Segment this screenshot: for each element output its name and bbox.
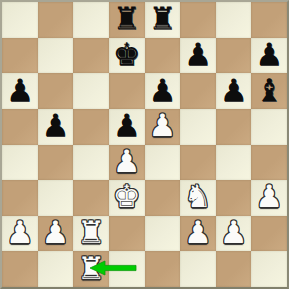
piece-black-rook[interactable]: ♜ (113, 3, 141, 34)
square-e4[interactable] (145, 145, 181, 181)
square-g7[interactable] (216, 38, 252, 74)
square-a4[interactable] (2, 145, 38, 181)
square-c2[interactable]: ♜ (73, 216, 109, 252)
square-a3[interactable] (2, 180, 38, 216)
square-e5[interactable]: ♟ (145, 109, 181, 145)
square-a1[interactable] (2, 251, 38, 287)
square-g6[interactable]: ♟ (216, 73, 252, 109)
square-d5[interactable]: ♟ (109, 109, 145, 145)
piece-black-pawn[interactable]: ♟ (220, 75, 248, 106)
piece-black-pawn[interactable]: ♟ (184, 39, 212, 70)
piece-white-knight[interactable]: ♞ (184, 181, 212, 212)
square-f1[interactable] (180, 251, 216, 287)
square-a5[interactable] (2, 109, 38, 145)
square-h3[interactable]: ♟ (251, 180, 287, 216)
square-a2[interactable]: ♟ (2, 216, 38, 252)
square-g4[interactable] (216, 145, 252, 181)
square-d2[interactable] (109, 216, 145, 252)
square-f5[interactable] (180, 109, 216, 145)
square-c5[interactable] (73, 109, 109, 145)
square-h2[interactable] (251, 216, 287, 252)
board-grid: ♜♜♚♟♟♟♟♟♝♟♟♟♟♚♞♟♟♟♜♟♟♜ (2, 2, 287, 287)
chess-board: ♜♜♚♟♟♟♟♟♝♟♟♟♟♚♞♟♟♟♜♟♟♜ (0, 0, 289, 289)
square-e2[interactable] (145, 216, 181, 252)
square-h8[interactable] (251, 2, 287, 38)
square-d3[interactable]: ♚ (109, 180, 145, 216)
square-h4[interactable] (251, 145, 287, 181)
square-c7[interactable] (73, 38, 109, 74)
square-c3[interactable] (73, 180, 109, 216)
square-g8[interactable] (216, 2, 252, 38)
square-b4[interactable] (38, 145, 74, 181)
piece-white-king[interactable]: ♚ (113, 181, 141, 212)
piece-white-pawn[interactable]: ♟ (184, 217, 212, 248)
square-h1[interactable] (251, 251, 287, 287)
square-f6[interactable] (180, 73, 216, 109)
square-c4[interactable] (73, 145, 109, 181)
square-c8[interactable] (73, 2, 109, 38)
square-b8[interactable] (38, 2, 74, 38)
piece-white-pawn[interactable]: ♟ (220, 217, 248, 248)
piece-white-pawn[interactable]: ♟ (42, 217, 70, 248)
square-f7[interactable]: ♟ (180, 38, 216, 74)
piece-white-pawn[interactable]: ♟ (148, 110, 176, 141)
piece-white-rook[interactable]: ♜ (77, 217, 105, 248)
square-a8[interactable] (2, 2, 38, 38)
piece-white-pawn[interactable]: ♟ (113, 146, 141, 177)
piece-black-pawn[interactable]: ♟ (6, 75, 34, 106)
piece-black-pawn[interactable]: ♟ (148, 75, 176, 106)
square-c1[interactable]: ♜ (73, 251, 109, 287)
piece-black-rook[interactable]: ♜ (148, 3, 176, 34)
square-e7[interactable] (145, 38, 181, 74)
square-g3[interactable] (216, 180, 252, 216)
square-e3[interactable] (145, 180, 181, 216)
piece-black-pawn[interactable]: ♟ (255, 39, 283, 70)
piece-white-pawn[interactable]: ♟ (255, 181, 283, 212)
piece-white-pawn[interactable]: ♟ (6, 217, 34, 248)
square-b7[interactable] (38, 38, 74, 74)
square-h6[interactable]: ♝ (251, 73, 287, 109)
square-f2[interactable]: ♟ (180, 216, 216, 252)
square-f3[interactable]: ♞ (180, 180, 216, 216)
square-f8[interactable] (180, 2, 216, 38)
square-a7[interactable] (2, 38, 38, 74)
square-e1[interactable] (145, 251, 181, 287)
piece-black-pawn[interactable]: ♟ (113, 110, 141, 141)
square-e8[interactable]: ♜ (145, 2, 181, 38)
square-b2[interactable]: ♟ (38, 216, 74, 252)
square-a6[interactable]: ♟ (2, 73, 38, 109)
square-g1[interactable] (216, 251, 252, 287)
piece-black-pawn[interactable]: ♟ (42, 110, 70, 141)
square-h7[interactable]: ♟ (251, 38, 287, 74)
square-b1[interactable] (38, 251, 74, 287)
square-d4[interactable]: ♟ (109, 145, 145, 181)
piece-black-king[interactable]: ♚ (113, 39, 141, 70)
square-d7[interactable]: ♚ (109, 38, 145, 74)
square-d8[interactable]: ♜ (109, 2, 145, 38)
square-e6[interactable]: ♟ (145, 73, 181, 109)
square-h5[interactable] (251, 109, 287, 145)
square-d6[interactable] (109, 73, 145, 109)
square-b5[interactable]: ♟ (38, 109, 74, 145)
square-g5[interactable] (216, 109, 252, 145)
square-d1[interactable] (109, 251, 145, 287)
square-f4[interactable] (180, 145, 216, 181)
square-b3[interactable] (38, 180, 74, 216)
square-g2[interactable]: ♟ (216, 216, 252, 252)
piece-white-rook[interactable]: ♜ (77, 253, 105, 284)
square-b6[interactable] (38, 73, 74, 109)
piece-black-bishop[interactable]: ♝ (255, 75, 283, 106)
square-c6[interactable] (73, 73, 109, 109)
